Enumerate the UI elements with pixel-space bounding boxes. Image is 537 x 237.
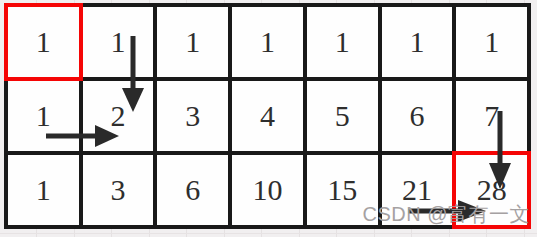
cell-value: 1 [111, 27, 126, 57]
cell-value: 1 [36, 101, 51, 131]
cell-r1-c3: 4 [232, 81, 303, 151]
cell-r0-c1: 1 [83, 7, 154, 77]
cell-value: 1 [484, 27, 499, 57]
cell-r1-c6: 7 [456, 81, 527, 151]
cell-r2-c1: 3 [83, 155, 154, 225]
cell-r0-c0-start: 1 [8, 7, 79, 77]
cell-value: 1 [36, 175, 51, 205]
cell-r1-c1: 2 [83, 81, 154, 151]
background-rule-line [0, 233, 537, 234]
csdn-watermark: CSDN @富有一文 [362, 201, 530, 228]
cell-value: 4 [260, 101, 275, 131]
cell-value: 3 [111, 175, 126, 205]
cell-value: 3 [185, 101, 200, 131]
cell-r2-c0: 1 [8, 155, 79, 225]
cell-value: 5 [335, 101, 350, 131]
cell-value: 1 [185, 27, 200, 57]
cell-value: 2 [111, 101, 126, 131]
cell-value: 1 [409, 27, 424, 57]
dp-grid-diagram: 1 1 1 1 1 1 1 1 2 3 4 5 6 7 1 3 6 10 15 … [0, 0, 537, 237]
cell-r0-c3: 1 [232, 7, 303, 77]
cell-r0-c6: 1 [456, 7, 527, 77]
cell-r1-c0: 1 [8, 81, 79, 151]
dp-grid-board: 1 1 1 1 1 1 1 1 2 3 4 5 6 7 1 3 6 10 15 … [4, 3, 531, 229]
cell-r2-c2: 6 [157, 155, 228, 225]
cell-value: 10 [252, 175, 282, 205]
cell-value: 1 [335, 27, 350, 57]
cell-r0-c4: 1 [307, 7, 378, 77]
cell-r0-c2: 1 [157, 7, 228, 77]
cell-r1-c2: 3 [157, 81, 228, 151]
cell-r2-c3: 10 [232, 155, 303, 225]
cell-value: 15 [327, 175, 357, 205]
cell-value: 6 [185, 175, 200, 205]
cell-r1-c5: 6 [382, 81, 453, 151]
cell-value: 6 [409, 101, 424, 131]
cell-value: 1 [260, 27, 275, 57]
cell-value: 7 [484, 101, 499, 131]
cell-r1-c4: 5 [307, 81, 378, 151]
cell-r0-c5: 1 [382, 7, 453, 77]
cell-value: 1 [36, 27, 51, 57]
